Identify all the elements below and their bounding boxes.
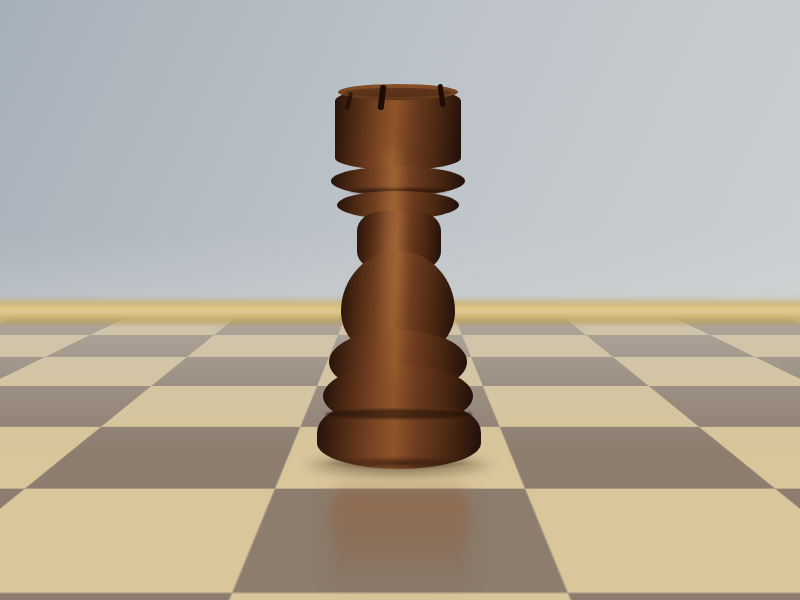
photo-scene: A dark stained-wood rook chess piece sta… — [0, 0, 800, 600]
board-back-edge — [0, 301, 800, 323]
piece-reflection — [330, 490, 470, 600]
depth-blur-overlay — [0, 316, 800, 456]
piece-shadow — [304, 452, 494, 478]
